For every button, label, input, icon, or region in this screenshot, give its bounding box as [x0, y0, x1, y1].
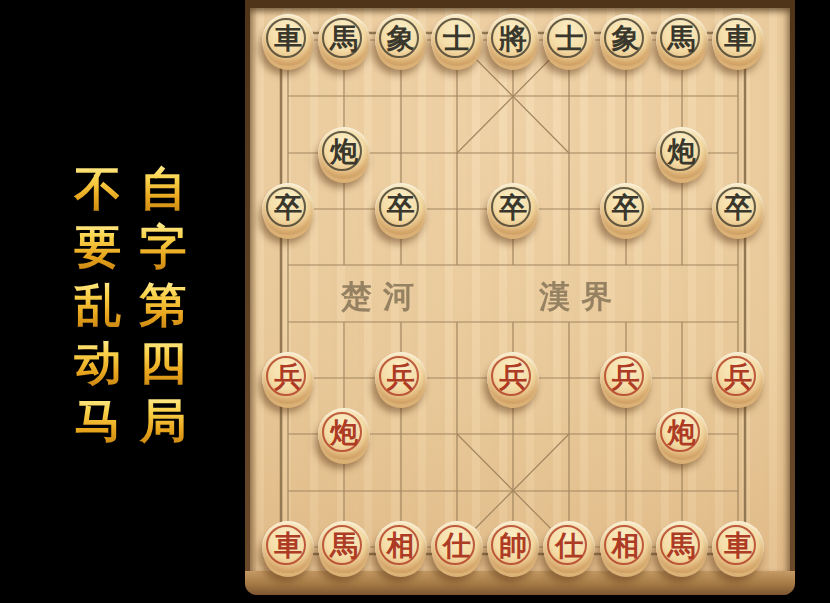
caption-char: 马: [71, 392, 125, 450]
piece-character: 馬: [668, 25, 696, 53]
piece-black-advisor[interactable]: 士: [431, 14, 483, 66]
caption-char: 第: [136, 276, 190, 334]
piece-character: 兵: [612, 363, 640, 391]
piece-black-advisor[interactable]: 士: [543, 14, 595, 66]
piece-red-cannon[interactable]: 炮: [656, 408, 708, 460]
piece-character: 卒: [499, 194, 527, 222]
piece-black-general[interactable]: 將: [487, 14, 539, 66]
caption-char: 动: [71, 334, 125, 392]
piece-character: 車: [274, 25, 302, 53]
piece-character: 象: [612, 25, 640, 53]
piece-red-soldier[interactable]: 兵: [712, 352, 764, 404]
piece-black-cannon[interactable]: 炮: [656, 127, 708, 179]
piece-black-horse[interactable]: 馬: [318, 14, 370, 66]
piece-character: 相: [612, 532, 640, 560]
piece-black-soldier[interactable]: 卒: [262, 183, 314, 235]
piece-red-advisor[interactable]: 仕: [431, 521, 483, 573]
piece-black-soldier[interactable]: 卒: [712, 183, 764, 235]
piece-character: 仕: [555, 532, 583, 560]
caption-char: 不: [71, 160, 125, 218]
piece-red-horse[interactable]: 馬: [656, 521, 708, 573]
piece-character: 兵: [724, 363, 752, 391]
piece-character: 馬: [330, 25, 358, 53]
piece-character: 兵: [274, 363, 302, 391]
piece-character: 帥: [499, 532, 527, 560]
piece-black-horse[interactable]: 馬: [656, 14, 708, 66]
piece-character: 卒: [612, 194, 640, 222]
piece-red-advisor[interactable]: 仕: [543, 521, 595, 573]
xiangqi-board[interactable]: 楚河 漢界 車馬象士將士象馬車炮炮卒卒卒卒卒兵兵兵兵兵炮炮車馬相仕帥仕相馬車: [245, 0, 795, 595]
caption-char: 局: [136, 392, 190, 450]
piece-red-horse[interactable]: 馬: [318, 521, 370, 573]
piece-character: 卒: [274, 194, 302, 222]
piece-red-elephant[interactable]: 相: [375, 521, 427, 573]
piece-red-soldier[interactable]: 兵: [262, 352, 314, 404]
piece-character: 將: [499, 25, 527, 53]
piece-character: 兵: [499, 363, 527, 391]
piece-character: 馬: [330, 532, 358, 560]
piece-black-chariot[interactable]: 車: [712, 14, 764, 66]
piece-character: 車: [724, 25, 752, 53]
piece-character: 相: [387, 532, 415, 560]
piece-black-elephant[interactable]: 象: [375, 14, 427, 66]
screenshot-root: 自字第四局 不要乱动马 楚河 漢界 車馬象士將士象馬車炮炮卒卒卒卒卒兵兵兵兵兵炮…: [0, 0, 830, 603]
piece-red-chariot[interactable]: 車: [262, 521, 314, 573]
piece-character: 卒: [724, 194, 752, 222]
piece-character: 象: [387, 25, 415, 53]
caption-char: 自: [136, 160, 190, 218]
piece-black-chariot[interactable]: 車: [262, 14, 314, 66]
caption-char: 字: [136, 218, 190, 276]
piece-red-general[interactable]: 帥: [487, 521, 539, 573]
caption-char: 乱: [71, 276, 125, 334]
piece-red-soldier[interactable]: 兵: [600, 352, 652, 404]
piece-character: 車: [274, 532, 302, 560]
piece-red-chariot[interactable]: 車: [712, 521, 764, 573]
piece-character: 炮: [668, 419, 696, 447]
piece-black-soldier[interactable]: 卒: [600, 183, 652, 235]
piece-character: 炮: [330, 419, 358, 447]
piece-character: 車: [724, 532, 752, 560]
piece-character: 馬: [668, 532, 696, 560]
piece-black-cannon[interactable]: 炮: [318, 127, 370, 179]
piece-red-soldier[interactable]: 兵: [375, 352, 427, 404]
piece-red-elephant[interactable]: 相: [600, 521, 652, 573]
piece-black-soldier[interactable]: 卒: [375, 183, 427, 235]
piece-red-cannon[interactable]: 炮: [318, 408, 370, 460]
piece-character: 仕: [443, 532, 471, 560]
piece-black-elephant[interactable]: 象: [600, 14, 652, 66]
piece-black-soldier[interactable]: 卒: [487, 183, 539, 235]
piece-red-soldier[interactable]: 兵: [487, 352, 539, 404]
caption-char: 四: [136, 334, 190, 392]
caption-line-1: 自字第四局: [136, 160, 190, 450]
caption-line-2: 不要乱动马: [71, 160, 125, 450]
caption-char: 要: [71, 218, 125, 276]
piece-character: 兵: [387, 363, 415, 391]
pieces-layer: 車馬象士將士象馬車炮炮卒卒卒卒卒兵兵兵兵兵炮炮車馬相仕帥仕相馬車: [245, 0, 795, 595]
piece-character: 炮: [668, 138, 696, 166]
piece-character: 士: [555, 25, 583, 53]
piece-character: 卒: [387, 194, 415, 222]
piece-character: 士: [443, 25, 471, 53]
piece-character: 炮: [330, 138, 358, 166]
